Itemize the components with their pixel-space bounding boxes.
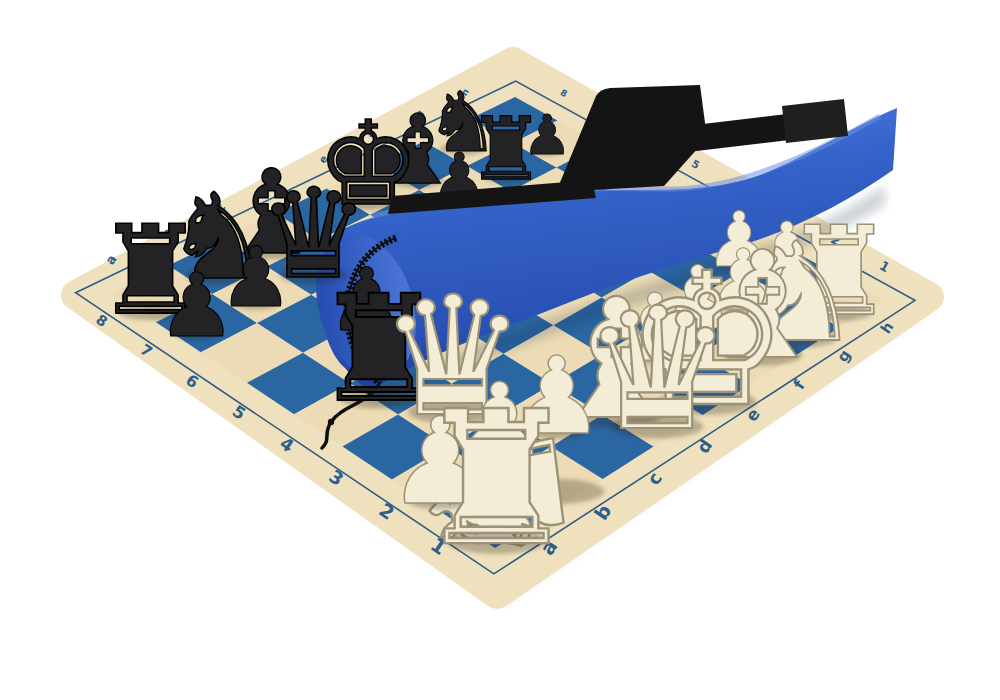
white-queen-glyph: ♛ (582, 271, 734, 468)
white-rook-glyph: ♜ (414, 371, 580, 587)
piece-black-pawn-a7: ♟ (157, 254, 236, 357)
black-pawn-glyph: ♟ (157, 254, 236, 357)
strap-fold-end (782, 99, 848, 143)
piece-white-queen-d1: ♛ (582, 271, 734, 468)
piece-white-rook-a1: ♜ (414, 371, 580, 587)
chess-set-product-photo: 8877665544332211aabbccddeeffgghh ♞♟♝♜♚♟♝… (0, 0, 1000, 700)
chess-scene-canvas: 8877665544332211aabbccddeeffgghh ♞♟♝♜♚♟♝… (0, 0, 1000, 700)
